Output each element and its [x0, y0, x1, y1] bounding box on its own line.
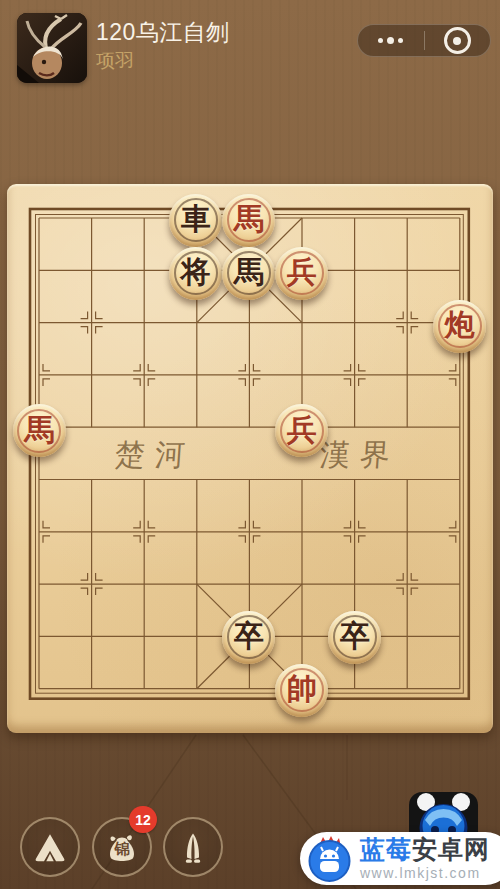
piece-black-general[interactable]: 将 [169, 247, 222, 300]
exit-button[interactable] [425, 25, 491, 56]
more-button[interactable] [358, 25, 424, 56]
piece-red-soldier[interactable]: 兵 [275, 404, 328, 457]
piece-character: 馬 [24, 415, 54, 445]
piece-black-horse[interactable]: 馬 [222, 247, 275, 300]
watermark-site-name: 蓝莓安卓网 [360, 837, 490, 862]
piece-black-chariot[interactable]: 車 [169, 194, 222, 247]
piece-character: 馬 [234, 204, 264, 234]
pray-button[interactable] [163, 817, 223, 877]
piece-red-cannon[interactable]: 炮 [433, 300, 486, 353]
circle-target-icon [444, 27, 471, 54]
page-subtitle: 项羽 [96, 48, 134, 74]
piece-red-general[interactable]: 帥 [275, 664, 328, 717]
piece-black-soldier[interactable]: 卒 [328, 611, 381, 664]
piece-character: 炮 [445, 310, 475, 340]
praying-hands-icon [175, 829, 211, 865]
app-screen: 120乌江自刎 项羽 [0, 0, 500, 889]
wechat-capsule [357, 24, 491, 57]
watermark: 蓝莓安卓网 www.lmkjst.com [300, 832, 500, 885]
blueberry-android-logo [306, 835, 353, 882]
piece-character: 将 [181, 257, 211, 287]
menu-button[interactable] [20, 817, 80, 877]
avatar[interactable] [17, 13, 87, 83]
peak-arrow-icon [32, 829, 68, 865]
piece-character: 卒 [340, 621, 370, 651]
piece-red-horse[interactable]: 馬 [13, 404, 66, 457]
hint-count-badge: 12 [129, 806, 157, 833]
bag-character: 锦 [115, 840, 130, 859]
piece-red-soldier[interactable]: 兵 [275, 247, 328, 300]
three-dots-icon [378, 37, 403, 44]
warrior-portrait [17, 13, 87, 83]
piece-character: 兵 [287, 257, 317, 287]
pieces-layer: 車馬将馬兵炮馬兵卒卒帥 [13, 192, 486, 715]
page-title: 120乌江自刎 [96, 17, 230, 48]
piece-character: 卒 [234, 621, 264, 651]
watermark-url: www.lmkjst.com [360, 866, 490, 880]
piece-red-horse[interactable]: 馬 [222, 194, 275, 247]
piece-black-soldier[interactable]: 卒 [222, 611, 275, 664]
piece-character: 兵 [287, 415, 317, 445]
piece-character: 車 [181, 204, 211, 234]
piece-character: 馬 [234, 257, 264, 287]
piece-character: 帥 [287, 674, 317, 704]
